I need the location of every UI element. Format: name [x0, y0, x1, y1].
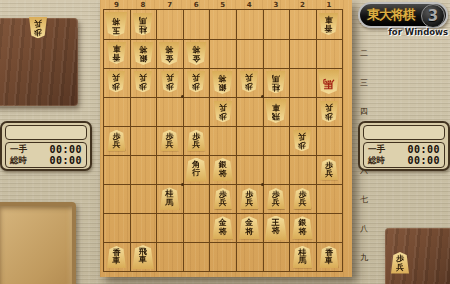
gote-nameplate: [5, 125, 87, 140]
koma-lance-sente-9i[interactable]: 香車: [107, 246, 126, 268]
koma-kanji: 銀将: [139, 45, 147, 62]
koma-kanji: 歩兵: [298, 191, 306, 208]
file-label: 6: [188, 1, 204, 9]
file-label: 3: [268, 1, 284, 9]
board-grid-line: [103, 68, 343, 69]
logo-version-number: 3: [428, 7, 438, 25]
koma-kanji: 銀将: [219, 74, 227, 91]
hoshi-dot: [261, 183, 264, 186]
koma-pawn-gote-2e[interactable]: 歩兵: [293, 130, 311, 152]
koma-gold-sente-5h[interactable]: 金将: [212, 216, 233, 239]
koma-kanji: 歩兵: [325, 162, 333, 179]
koma-silver-sente-5f[interactable]: 銀将: [212, 158, 233, 181]
koma-lance-sente-1i[interactable]: 香車: [319, 246, 338, 268]
koma-kanji: 飛車: [139, 248, 147, 265]
hoshi-dot: [261, 95, 264, 98]
empty-piece-box: [0, 202, 76, 284]
koma-kanji: 金将: [245, 219, 253, 236]
koma-pawn-sente[interactable]: 歩兵: [391, 252, 409, 274]
koma-kanji: 馬: [323, 77, 334, 89]
koma-kanji: 歩兵: [192, 133, 200, 150]
gote-clock-panel: 一手 00:00 総時 00:00: [0, 121, 92, 171]
koma-gold-sente-4h[interactable]: 金将: [239, 216, 260, 239]
board-grid-line: [289, 9, 290, 271]
koma-kanji: 歩兵: [166, 133, 174, 150]
koma-pawn-sente-6e[interactable]: 歩兵: [187, 130, 205, 152]
koma-kanji: 王将: [272, 219, 280, 236]
koma-knight-sente-2i[interactable]: 桂馬: [293, 246, 313, 269]
board-grid-line: [209, 9, 210, 271]
koma-kanji: 金将: [192, 45, 200, 62]
koma-pawn-sente-5g[interactable]: 歩兵: [214, 188, 232, 210]
koma-pawn-gote-5d[interactable]: 歩兵: [214, 101, 232, 123]
board-grid-line: [103, 126, 343, 127]
board-grid-line: [183, 9, 184, 271]
sente-permove-value: 00:00: [407, 144, 440, 155]
koma-kanji: 桂馬: [272, 73, 280, 90]
koma-pawn-sente-3g[interactable]: 歩兵: [267, 188, 285, 210]
board-grid-line: [103, 242, 343, 243]
board-grid-line: [103, 97, 343, 98]
gote-timebox: 一手 00:00 総時 00:00: [5, 142, 87, 168]
koma-pawn-sente-9e[interactable]: 歩兵: [107, 130, 125, 152]
koma-kanji: 金将: [219, 219, 227, 236]
koma-kanji: 銀将: [219, 161, 227, 178]
file-label: 8: [135, 1, 151, 9]
file-label: 1: [321, 1, 337, 9]
koma-knight-sente-7g[interactable]: 桂馬: [160, 187, 180, 210]
koma-kanji: 金将: [166, 45, 174, 62]
koma-kanji: 香車: [112, 249, 120, 266]
koma-pawn-sente-4g[interactable]: 歩兵: [240, 188, 258, 210]
file-label: 7: [162, 1, 178, 9]
koma-kanji: 桂馬: [139, 15, 147, 32]
koma-kanji: 桂馬: [166, 190, 174, 207]
rank-label: 九: [358, 252, 370, 263]
koma-pawn-gote-1d[interactable]: 歩兵: [320, 101, 338, 123]
board-grid-line: [103, 39, 343, 40]
koma-kanji: 銀将: [298, 219, 306, 236]
rank-label: 三: [358, 77, 370, 88]
koma-kanji: 歩兵: [112, 73, 120, 90]
rank-label: 八: [358, 223, 370, 234]
file-label: 2: [294, 1, 310, 9]
koma-promoted-bishop-gote-1c[interactable]: 馬: [318, 70, 340, 94]
koma-kanji: 歩兵: [272, 191, 280, 208]
koma-silver-sente-2h[interactable]: 銀将: [292, 216, 313, 239]
sente-total-label: 総時: [368, 155, 385, 167]
koma-kanji: 歩兵: [298, 131, 306, 148]
board-grid-line: [103, 155, 343, 156]
koma-kanji: 歩兵: [396, 255, 404, 272]
rank-label: 四: [358, 106, 370, 117]
file-label: 4: [241, 1, 257, 9]
koma-kanji: 歩兵: [34, 19, 42, 36]
koma-kanji: 玉将: [112, 16, 120, 33]
koma-kanji: 歩兵: [245, 73, 253, 90]
logo-version-circle: 3: [421, 4, 445, 28]
board-grid-line: [263, 9, 264, 271]
koma-kanji: 歩兵: [166, 73, 174, 90]
rank-label: 七: [358, 194, 370, 205]
sente-timebox: 一手 00:00 総時 00:00: [363, 142, 445, 168]
koma-kanji: 歩兵: [245, 191, 253, 208]
koma-pawn-gote[interactable]: 歩兵: [29, 17, 47, 39]
koma-knight-gote-3c[interactable]: 桂馬: [266, 71, 286, 94]
koma-king-gote-9a[interactable]: 玉将: [105, 12, 127, 37]
koma-kanji: 歩兵: [219, 102, 227, 119]
game-logo: 東大将棋 3: [358, 2, 448, 28]
koma-bishop-sente-6f[interactable]: 角行: [185, 158, 207, 182]
board-grid-line: [316, 9, 317, 271]
koma-rook-sente-8i[interactable]: 飛車: [132, 245, 154, 269]
board-grid-line: [156, 9, 157, 271]
board-grid-line: [236, 9, 237, 271]
board-grid-line: [103, 213, 343, 214]
koma-kanji: 歩兵: [219, 191, 227, 208]
koma-kanji: 香車: [112, 44, 120, 61]
koma-pawn-sente-2g[interactable]: 歩兵: [293, 188, 311, 210]
koma-kanji: 歩兵: [112, 133, 120, 150]
koma-kanji: 桂馬: [298, 249, 306, 266]
koma-kanji: 歩兵: [192, 73, 200, 90]
sente-nameplate: [363, 125, 445, 140]
board-grid-line: [103, 9, 104, 271]
koma-pawn-sente-1f[interactable]: 歩兵: [320, 159, 338, 181]
koma-gold-gote-7b[interactable]: 金将: [159, 42, 180, 65]
sente-total-value: 00:00: [407, 155, 440, 166]
koma-kanji: 角行: [192, 161, 200, 178]
board-grid-line: [130, 9, 131, 271]
koma-silver-gote-5c[interactable]: 銀将: [212, 71, 233, 94]
logo-title-text: 東大将棋: [367, 6, 415, 24]
koma-kanji: 歩兵: [139, 73, 147, 90]
koma-gold-gote-6b[interactable]: 金将: [186, 42, 207, 65]
board-grid-line: [103, 9, 343, 10]
logo-subtitle: for Windows: [384, 27, 448, 37]
koma-king-sente-3h[interactable]: 王将: [265, 216, 287, 241]
gote-total-value: 00:00: [49, 155, 82, 166]
board-grid-line: [103, 271, 343, 272]
koma-rook-gote-3d[interactable]: 飛車: [265, 99, 287, 123]
koma-knight-gote-8a[interactable]: 桂馬: [133, 13, 153, 36]
board-grid-line: [342, 9, 343, 271]
gote-total-label: 総時: [10, 155, 27, 167]
hoshi-dot: [181, 183, 184, 186]
hoshi-dot: [181, 95, 184, 98]
file-label: 9: [108, 1, 124, 9]
koma-kanji: 香車: [325, 249, 333, 266]
sente-clock-panel: 一手 00:00 総時 00:00: [358, 121, 450, 171]
rank-label: 二: [358, 48, 370, 59]
koma-lance-gote-9b[interactable]: 香車: [107, 42, 126, 64]
koma-kanji: 飛車: [272, 103, 280, 120]
file-label: 5: [215, 1, 231, 9]
board-grid-line: [103, 184, 343, 185]
koma-kanji: 歩兵: [325, 102, 333, 119]
koma-pawn-sente-7e[interactable]: 歩兵: [161, 130, 179, 152]
koma-silver-gote-8b[interactable]: 銀将: [133, 42, 154, 65]
koma-kanji: 香車: [325, 15, 333, 32]
gote-permove-value: 00:00: [49, 144, 82, 155]
